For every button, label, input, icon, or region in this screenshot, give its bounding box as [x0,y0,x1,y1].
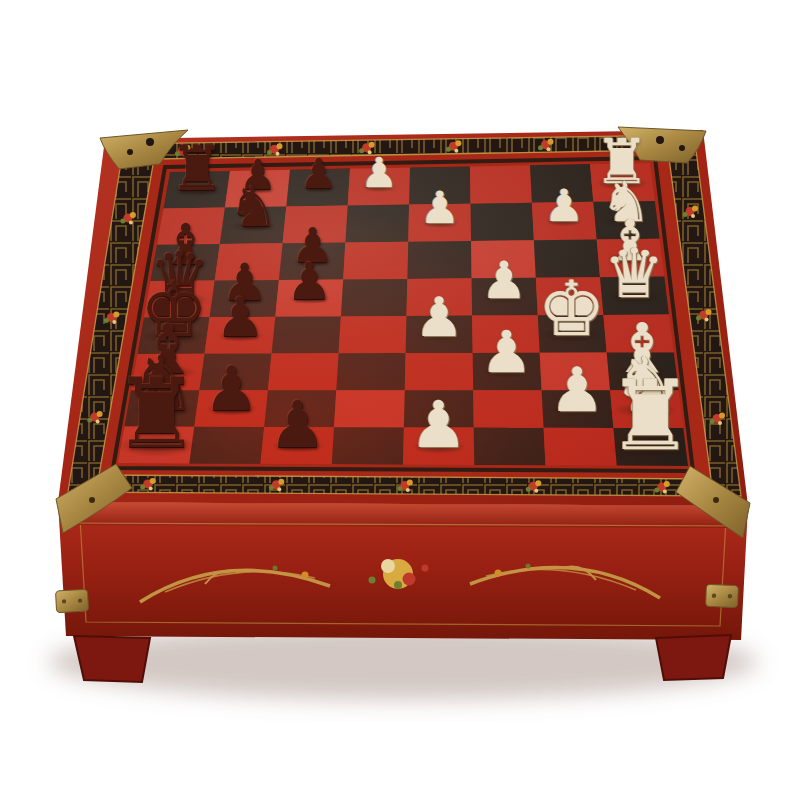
board-square-c4r6[interactable] [336,353,405,390]
board-square-c2r8[interactable] [189,427,264,464]
border-flower [96,420,100,424]
chess-piece-ivory-pawn[interactable]: ♟ [544,184,584,229]
chess-piece-dark-pawn[interactable]: ♟ [269,393,327,458]
board-square-c4r7[interactable] [334,390,405,427]
board-square-c6r1[interactable] [470,165,532,203]
chess-piece-ivory-king[interactable]: ♚ [538,272,606,348]
hinge-right [706,584,739,607]
border-flower [97,411,103,417]
box-foot-right [656,635,731,680]
border-flower [278,479,284,485]
board-square-c6r7[interactable] [473,390,543,428]
chess-piece-dark-knight[interactable]: ♞ [229,180,279,235]
chess-piece-dark-pawn[interactable]: ♟ [287,256,333,307]
border-flower [663,490,667,494]
border-flower [150,478,156,484]
board-square-c4r2[interactable] [345,205,409,243]
chess-piece-dark-pawn[interactable]: ♟ [216,290,265,345]
border-flower [705,318,709,322]
board-square-c4r8[interactable] [332,427,404,464]
board-square-c3r5[interactable] [272,316,341,353]
border-flower [277,143,283,149]
board-square-c6r8[interactable] [474,428,546,466]
board-square-c4r4[interactable] [341,279,408,317]
chess-piece-dark-pawn[interactable]: ♟ [204,358,259,419]
border-flower [149,486,153,490]
border-flower [277,487,281,491]
border-flower [664,481,670,487]
board-square-c5r6[interactable] [405,353,473,390]
border-flower [407,480,413,486]
border-flower [710,419,715,424]
board-square-c4r3[interactable] [343,242,408,280]
chess-piece-ivory-rook[interactable]: ♜ [607,368,694,465]
border-flower [406,488,410,492]
border-flower [369,142,375,148]
border-flower [691,214,695,218]
border-flower [534,489,538,493]
border-flower [130,212,136,218]
border-flower [535,480,541,486]
board-square-c4r5[interactable] [339,316,407,353]
border-flower [112,320,116,324]
chess-piece-ivory-pawn[interactable]: ♟ [415,290,464,345]
border-flower [269,485,274,490]
border-flower [683,212,688,217]
chess-piece-ivory-pawn[interactable]: ♟ [481,324,533,382]
border-flower [446,147,451,152]
chess-piece-ivory-pawn[interactable]: ♟ [420,186,460,231]
border-flower [87,418,92,423]
board-square-c7r8[interactable] [544,428,617,466]
border-flower [696,316,701,321]
border-flower [397,486,402,491]
border-flower [548,139,554,145]
border-flower [547,147,551,151]
border-flower [692,206,698,212]
border-flower [538,145,543,150]
chess-piece-dark-rook[interactable]: ♜ [113,366,200,463]
border-flower [719,413,725,419]
border-flower [526,487,531,492]
chess-piece-dark-rook[interactable]: ♜ [169,139,224,201]
box-foot-left [74,636,150,682]
board-square-c6r2[interactable] [471,203,534,241]
border-flower [455,140,461,146]
border-flower [129,220,133,224]
border-flower [120,218,125,223]
chess-piece-ivory-queen[interactable]: ♛ [604,240,665,308]
board-square-c5r3[interactable] [407,241,471,279]
chess-piece-ivory-pawn[interactable]: ♟ [361,153,398,194]
chess-piece-dark-pawn[interactable]: ♟ [300,154,337,195]
chess-piece-ivory-pawn[interactable]: ♟ [481,255,527,306]
chess-piece-ivory-pawn[interactable]: ♟ [550,359,605,420]
border-flower [140,484,145,489]
hinge-left [55,589,88,613]
border-flower [706,309,712,315]
border-flower [454,149,458,153]
product-photo-stage: ♜♟♟♟♜♞♟♟♞♝♟♝♛♟♟♟♛♚♟♟♚♝♟♝♞♟♟♞♜♟♟♜ [0,0,800,800]
border-flower [654,488,659,493]
border-flower [104,318,109,323]
border-flower [718,421,722,425]
chess-piece-ivory-pawn[interactable]: ♟ [410,393,468,458]
board-square-c3r6[interactable] [268,353,339,390]
border-flower [113,312,119,318]
